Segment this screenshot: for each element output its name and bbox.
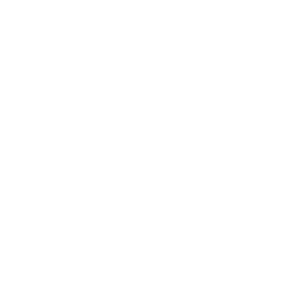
light-square [157,100,173,109]
dark-square [100,94,116,103]
light-square [88,106,105,116]
dark-square [98,103,115,113]
light-square [176,171,196,186]
flower-center [166,130,167,131]
dark-square [55,116,74,127]
light-square [121,123,139,134]
dark-square [77,109,95,120]
dark-square [126,155,146,169]
dark-square [203,156,222,169]
dark-square [199,122,216,132]
dark-square [213,115,229,125]
dark-square [103,165,124,180]
dark-square [184,140,202,152]
dark-square [166,176,187,192]
dark-square [81,99,98,109]
dark-square [70,131,89,144]
dark-square [108,138,127,151]
light-square [158,76,172,83]
dark-square [165,126,182,137]
light-square [137,150,156,164]
light-square [206,118,222,128]
dark-square [196,103,211,112]
light-square [174,133,192,145]
light-square [139,126,157,137]
light-square [109,91,125,100]
light-square [78,139,98,152]
dark-square [165,81,179,89]
light-square [157,119,174,130]
dark-square [129,130,147,142]
dark-square [150,78,164,86]
light-square [105,109,122,119]
light-square [117,146,137,159]
checker-field [47,76,260,215]
light-square [227,142,244,154]
light-square [115,160,136,175]
dark-square [165,89,180,97]
light-square [70,103,87,113]
flower-petals [161,124,163,125]
light-square [157,109,173,119]
light-square [124,103,141,113]
dark-square [234,138,251,150]
light-square [85,116,103,127]
flower-petals [165,130,167,131]
dark-square [111,126,129,138]
dark-square [118,88,134,97]
dark-square [215,125,231,136]
light-square [107,100,124,109]
light-square [141,106,157,116]
dark-square [182,118,199,128]
light-square [97,143,117,156]
leaf [166,127,168,128]
light-square [138,137,157,149]
light-square [157,91,172,99]
dark-square [74,120,93,131]
dark-square [130,119,148,130]
light-square [127,86,142,94]
dark-square [186,165,206,180]
light-square [208,128,225,139]
light-square [156,167,176,182]
flower-center [161,124,163,125]
dark-square [150,86,165,94]
dark-square [115,106,132,116]
light-square [173,112,189,122]
dark-square [149,103,165,112]
dark-square [124,169,145,185]
light-square [141,97,157,106]
leaf [152,128,154,129]
flower-petals [154,129,157,131]
dark-square [148,112,165,122]
light-square [188,97,203,106]
dark-square [165,106,181,115]
light-square [122,112,139,122]
light-square [94,156,115,171]
light-square [193,148,211,161]
dark-square [144,188,166,205]
checkerboard-rug [25,67,280,240]
dark-square [181,109,197,119]
light-square [173,94,188,103]
light-square [157,84,172,92]
light-square [142,88,157,96]
dark-square [122,184,144,201]
light-square [212,151,230,164]
light-square [119,134,138,146]
light-square [156,182,177,199]
light-square [191,125,208,136]
dark-square [165,115,182,125]
dark-square [86,147,106,161]
light-square [113,174,135,190]
flower-center [155,129,157,131]
dark-square [180,100,195,109]
dark-square [149,94,165,103]
light-square [140,116,157,126]
dark-square [200,132,217,143]
floral-medallion [133,115,179,142]
light-square [156,153,175,167]
light-square [157,129,175,140]
light-square [189,106,205,115]
dark-square [217,135,234,146]
light-square [173,103,189,112]
dark-square [185,152,204,165]
dark-square [232,128,248,139]
light-square [241,135,258,146]
light-square [204,109,220,118]
dark-square [113,116,131,127]
light-square [125,94,141,103]
light-square [225,131,242,142]
light-square [190,115,206,125]
dark-square [95,112,113,123]
light-square [143,81,158,89]
light-square [66,113,84,124]
dark-square [148,122,165,133]
dark-square [145,172,166,188]
light-square [48,109,66,120]
light-square [134,178,155,194]
dark-square [220,147,238,159]
dark-square [183,129,200,140]
dark-square [147,133,165,145]
dark-square [197,112,213,122]
light-square [62,124,81,136]
dark-square [59,106,77,116]
light-square [210,139,228,151]
light-square [195,160,214,174]
light-square [100,130,119,142]
dark-square [165,97,180,106]
dark-square [132,109,149,119]
light-square [175,144,193,157]
dark-square [202,143,220,155]
dark-square [166,137,184,149]
light-square [192,136,210,148]
light-square [135,163,155,178]
leaf [162,130,164,131]
light-square [81,127,100,139]
dark-square [146,158,166,172]
rug-dark-border-band [37,72,269,226]
light-square [103,119,121,130]
dark-square [147,145,166,158]
dark-square [134,91,150,100]
light-square [174,122,191,133]
dark-square [166,149,185,162]
light-square [172,86,187,94]
dark-square [92,123,110,135]
light-square [133,195,156,213]
light-square [156,141,175,154]
dark-square [128,142,147,155]
dark-square [133,100,149,109]
product-image-stage [0,0,292,292]
dark-square [180,92,195,100]
light-square [91,96,108,105]
dark-square [135,83,150,91]
light-square [175,157,194,171]
dark-square [166,162,186,176]
light-square [222,121,238,131]
dark-square [89,135,108,148]
rug-gold-border-band [27,68,277,237]
dark-square [106,151,126,165]
dark-square [117,97,133,106]
